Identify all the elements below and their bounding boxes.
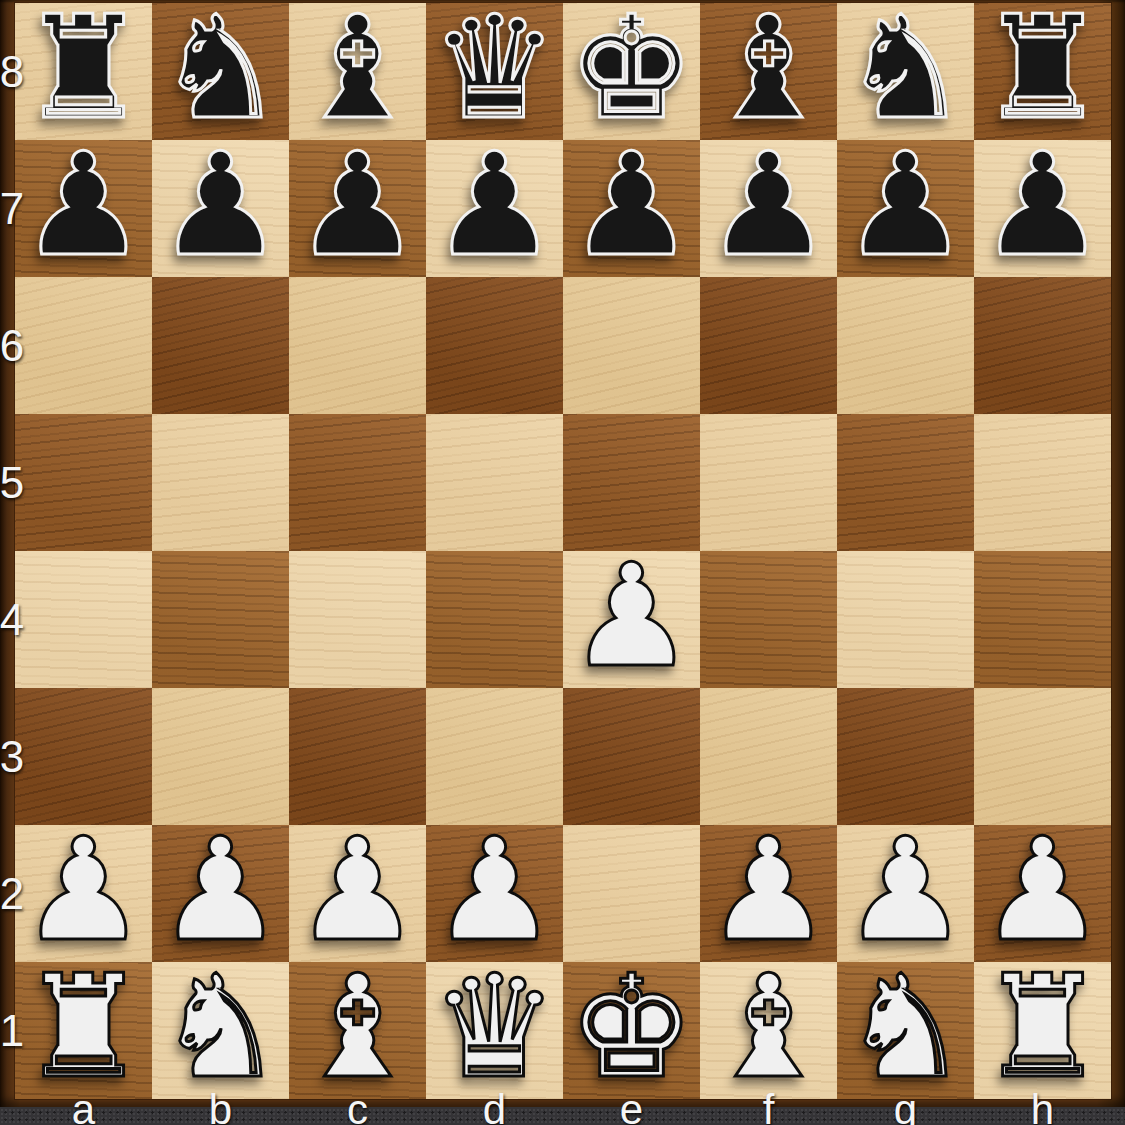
- square-a4[interactable]: [15, 551, 152, 688]
- square-h7[interactable]: ♟: [974, 140, 1111, 277]
- square-h6[interactable]: [974, 277, 1111, 414]
- black-pawn-a7[interactable]: ♟: [20, 134, 147, 276]
- white-pawn-e4[interactable]: ♟: [568, 545, 695, 687]
- square-c2[interactable]: ♟: [289, 825, 426, 962]
- black-pawn-e7[interactable]: ♟: [568, 134, 695, 276]
- black-pawn-f7[interactable]: ♟: [705, 134, 832, 276]
- square-e7[interactable]: ♟: [563, 140, 700, 277]
- square-f3[interactable]: [700, 688, 837, 825]
- square-a1[interactable]: ♜: [15, 962, 152, 1099]
- square-d8[interactable]: ♛: [426, 3, 563, 140]
- black-pawn-c7[interactable]: ♟: [294, 134, 421, 276]
- black-knight-g8[interactable]: ♞: [842, 0, 969, 139]
- square-a3[interactable]: [15, 688, 152, 825]
- black-king-e8[interactable]: ♚: [568, 0, 695, 139]
- square-e6[interactable]: [563, 277, 700, 414]
- square-d5[interactable]: [426, 414, 563, 551]
- white-king-e1[interactable]: ♚: [568, 956, 695, 1098]
- square-c1[interactable]: ♝: [289, 962, 426, 1099]
- square-b7[interactable]: ♟: [152, 140, 289, 277]
- square-f6[interactable]: [700, 277, 837, 414]
- white-rook-a1[interactable]: ♜: [20, 956, 147, 1098]
- white-bishop-f1[interactable]: ♝: [705, 956, 832, 1098]
- square-b1[interactable]: ♞: [152, 962, 289, 1099]
- square-e3[interactable]: [563, 688, 700, 825]
- square-a7[interactable]: ♟: [15, 140, 152, 277]
- white-pawn-f2[interactable]: ♟: [705, 819, 832, 961]
- square-h8[interactable]: ♜: [974, 3, 1111, 140]
- square-b4[interactable]: [152, 551, 289, 688]
- black-bishop-f8[interactable]: ♝: [705, 0, 832, 139]
- square-g1[interactable]: ♞: [837, 962, 974, 1099]
- square-c6[interactable]: [289, 277, 426, 414]
- white-bishop-c1[interactable]: ♝: [294, 956, 421, 1098]
- square-d7[interactable]: ♟: [426, 140, 563, 277]
- bottom-strip: [0, 1107, 1125, 1125]
- square-d4[interactable]: [426, 551, 563, 688]
- black-pawn-h7[interactable]: ♟: [979, 134, 1106, 276]
- black-knight-b8[interactable]: ♞: [157, 0, 284, 139]
- square-e4[interactable]: ♟: [563, 551, 700, 688]
- square-g3[interactable]: [837, 688, 974, 825]
- square-a6[interactable]: [15, 277, 152, 414]
- square-h1[interactable]: ♜: [974, 962, 1111, 1099]
- square-e2[interactable]: [563, 825, 700, 962]
- white-rook-h1[interactable]: ♜: [979, 956, 1106, 1098]
- square-f1[interactable]: ♝: [700, 962, 837, 1099]
- white-queen-d1[interactable]: ♛: [431, 956, 558, 1098]
- square-h5[interactable]: [974, 414, 1111, 551]
- square-g4[interactable]: [837, 551, 974, 688]
- square-g8[interactable]: ♞: [837, 3, 974, 140]
- white-pawn-d2[interactable]: ♟: [431, 819, 558, 961]
- black-rook-h8[interactable]: ♜: [979, 0, 1106, 139]
- black-bishop-c8[interactable]: ♝: [294, 0, 421, 139]
- square-c7[interactable]: ♟: [289, 140, 426, 277]
- square-g5[interactable]: [837, 414, 974, 551]
- square-d6[interactable]: [426, 277, 563, 414]
- square-h4[interactable]: [974, 551, 1111, 688]
- square-c3[interactable]: [289, 688, 426, 825]
- square-g2[interactable]: ♟: [837, 825, 974, 962]
- square-a2[interactable]: ♟: [15, 825, 152, 962]
- square-g7[interactable]: ♟: [837, 140, 974, 277]
- black-queen-d8[interactable]: ♛: [431, 0, 558, 139]
- square-c4[interactable]: [289, 551, 426, 688]
- square-f8[interactable]: ♝: [700, 3, 837, 140]
- white-pawn-a2[interactable]: ♟: [20, 819, 147, 961]
- square-a8[interactable]: ♜: [15, 3, 152, 140]
- square-b6[interactable]: [152, 277, 289, 414]
- square-b2[interactable]: ♟: [152, 825, 289, 962]
- white-pawn-g2[interactable]: ♟: [842, 819, 969, 961]
- square-c8[interactable]: ♝: [289, 3, 426, 140]
- chess-app: ♜♞♝♛♚♝♞♜♟♟♟♟♟♟♟♟♟♟♟♟♟♟♟♟♜♞♝♛♚♝♞♜ 8765432…: [0, 0, 1125, 1125]
- square-e8[interactable]: ♚: [563, 3, 700, 140]
- black-rook-a8[interactable]: ♜: [20, 0, 147, 139]
- square-e5[interactable]: [563, 414, 700, 551]
- square-h3[interactable]: [974, 688, 1111, 825]
- black-pawn-g7[interactable]: ♟: [842, 134, 969, 276]
- square-e1[interactable]: ♚: [563, 962, 700, 1099]
- square-g6[interactable]: [837, 277, 974, 414]
- square-f7[interactable]: ♟: [700, 140, 837, 277]
- square-f2[interactable]: ♟: [700, 825, 837, 962]
- square-b8[interactable]: ♞: [152, 3, 289, 140]
- square-c5[interactable]: [289, 414, 426, 551]
- black-pawn-b7[interactable]: ♟: [157, 134, 284, 276]
- white-knight-g1[interactable]: ♞: [842, 956, 969, 1098]
- white-pawn-h2[interactable]: ♟: [979, 819, 1106, 961]
- square-b3[interactable]: [152, 688, 289, 825]
- square-f4[interactable]: [700, 551, 837, 688]
- white-pawn-c2[interactable]: ♟: [294, 819, 421, 961]
- white-pawn-b2[interactable]: ♟: [157, 819, 284, 961]
- square-d2[interactable]: ♟: [426, 825, 563, 962]
- square-b5[interactable]: [152, 414, 289, 551]
- square-d1[interactable]: ♛: [426, 962, 563, 1099]
- square-d3[interactable]: [426, 688, 563, 825]
- white-knight-b1[interactable]: ♞: [157, 956, 284, 1098]
- chess-board[interactable]: ♜♞♝♛♚♝♞♜♟♟♟♟♟♟♟♟♟♟♟♟♟♟♟♟♜♞♝♛♚♝♞♜: [15, 3, 1111, 1099]
- square-f5[interactable]: [700, 414, 837, 551]
- black-pawn-d7[interactable]: ♟: [431, 134, 558, 276]
- square-h2[interactable]: ♟: [974, 825, 1111, 962]
- square-a5[interactable]: [15, 414, 152, 551]
